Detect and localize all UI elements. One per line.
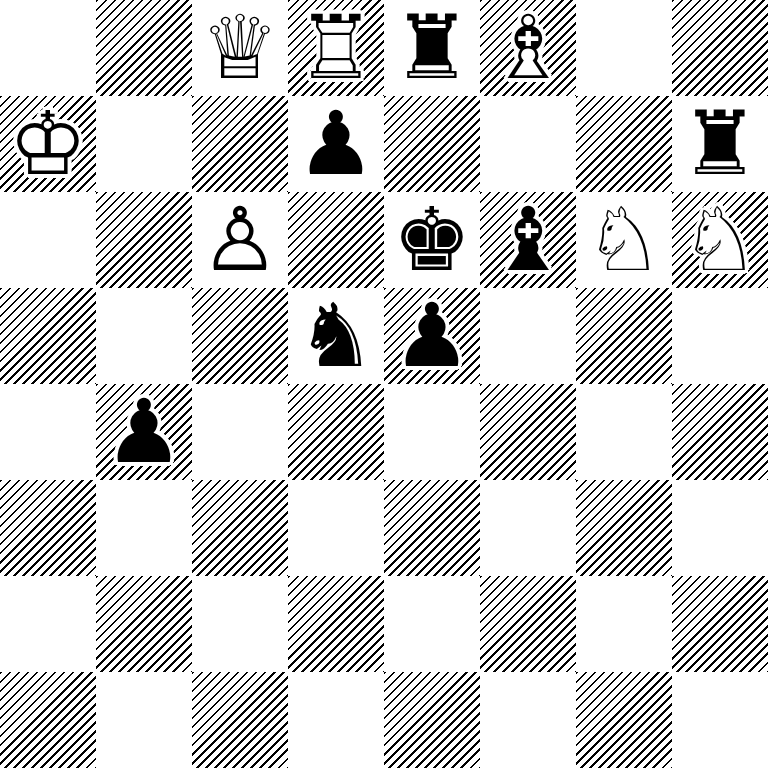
square-d6[interactable] [288, 192, 384, 288]
square-b6[interactable] [96, 192, 192, 288]
square-f4[interactable] [480, 384, 576, 480]
square-d5[interactable]: ♞♞ [288, 288, 384, 384]
piece-black-rook-e8: ♜♜ [384, 0, 480, 96]
square-e6[interactable]: ♚♚ [384, 192, 480, 288]
square-g5[interactable] [576, 288, 672, 384]
square-f1[interactable] [480, 672, 576, 768]
square-e2[interactable] [384, 576, 480, 672]
chess-board: ♛♕♜♖♜♜♝♗♚♔♟♟♜♜♟♙♚♚♝♝♞♘♞♘♞♞♟♟♟♟ [0, 0, 768, 768]
piece-glyph: ♙ [192, 192, 288, 288]
square-c7[interactable] [192, 96, 288, 192]
square-a5[interactable] [0, 288, 96, 384]
square-a3[interactable] [0, 480, 96, 576]
square-b3[interactable] [96, 480, 192, 576]
piece-glyph: ♔ [0, 96, 96, 192]
square-d3[interactable] [288, 480, 384, 576]
square-e3[interactable] [384, 480, 480, 576]
square-b8[interactable] [96, 0, 192, 96]
piece-glyph: ♟ [384, 288, 480, 384]
piece-white-knight-h6: ♞♘ [672, 192, 768, 288]
square-c3[interactable] [192, 480, 288, 576]
piece-black-rook-h7: ♜♜ [672, 96, 768, 192]
piece-glyph: ♞ [288, 288, 384, 384]
square-g3[interactable] [576, 480, 672, 576]
square-h6[interactable]: ♞♘ [672, 192, 768, 288]
square-h8[interactable] [672, 0, 768, 96]
square-a1[interactable] [0, 672, 96, 768]
square-b7[interactable] [96, 96, 192, 192]
square-f6[interactable]: ♝♝ [480, 192, 576, 288]
piece-glyph: ♗ [480, 0, 576, 96]
piece-glyph: ♟ [96, 384, 192, 480]
piece-glyph: ♜ [384, 0, 480, 96]
piece-glyph: ♖ [288, 0, 384, 96]
square-c4[interactable] [192, 384, 288, 480]
piece-black-bishop-f6: ♝♝ [480, 192, 576, 288]
square-c8[interactable]: ♛♕ [192, 0, 288, 96]
piece-black-pawn-d7: ♟♟ [288, 96, 384, 192]
piece-glyph: ♝ [480, 192, 576, 288]
piece-white-queen-c8: ♛♕ [192, 0, 288, 96]
square-b2[interactable] [96, 576, 192, 672]
square-b1[interactable] [96, 672, 192, 768]
piece-black-pawn-b4: ♟♟ [96, 384, 192, 480]
square-f8[interactable]: ♝♗ [480, 0, 576, 96]
square-h1[interactable] [672, 672, 768, 768]
square-f7[interactable] [480, 96, 576, 192]
square-h7[interactable]: ♜♜ [672, 96, 768, 192]
square-g8[interactable] [576, 0, 672, 96]
square-f2[interactable] [480, 576, 576, 672]
square-a7[interactable]: ♚♔ [0, 96, 96, 192]
square-h2[interactable] [672, 576, 768, 672]
piece-black-pawn-e5: ♟♟ [384, 288, 480, 384]
square-g1[interactable] [576, 672, 672, 768]
square-c2[interactable] [192, 576, 288, 672]
square-c6[interactable]: ♟♙ [192, 192, 288, 288]
piece-black-king-e6: ♚♚ [384, 192, 480, 288]
square-g7[interactable] [576, 96, 672, 192]
square-d7[interactable]: ♟♟ [288, 96, 384, 192]
square-g2[interactable] [576, 576, 672, 672]
square-g6[interactable]: ♞♘ [576, 192, 672, 288]
square-h4[interactable] [672, 384, 768, 480]
square-f3[interactable] [480, 480, 576, 576]
square-b5[interactable] [96, 288, 192, 384]
square-a8[interactable] [0, 0, 96, 96]
square-a6[interactable] [0, 192, 96, 288]
square-d1[interactable] [288, 672, 384, 768]
square-e5[interactable]: ♟♟ [384, 288, 480, 384]
square-e1[interactable] [384, 672, 480, 768]
square-f5[interactable] [480, 288, 576, 384]
square-e8[interactable]: ♜♜ [384, 0, 480, 96]
square-e7[interactable] [384, 96, 480, 192]
square-h3[interactable] [672, 480, 768, 576]
square-d4[interactable] [288, 384, 384, 480]
piece-glyph: ♘ [672, 192, 768, 288]
square-c1[interactable] [192, 672, 288, 768]
square-c5[interactable] [192, 288, 288, 384]
piece-white-knight-g6: ♞♘ [576, 192, 672, 288]
square-a4[interactable] [0, 384, 96, 480]
piece-glyph: ♕ [192, 0, 288, 96]
square-a2[interactable] [0, 576, 96, 672]
piece-white-rook-d8: ♜♖ [288, 0, 384, 96]
piece-glyph: ♜ [672, 96, 768, 192]
piece-white-king-a7: ♚♔ [0, 96, 96, 192]
piece-black-knight-d5: ♞♞ [288, 288, 384, 384]
piece-white-pawn-c6: ♟♙ [192, 192, 288, 288]
square-e4[interactable] [384, 384, 480, 480]
square-g4[interactable] [576, 384, 672, 480]
square-b4[interactable]: ♟♟ [96, 384, 192, 480]
piece-glyph: ♚ [384, 192, 480, 288]
square-d2[interactable] [288, 576, 384, 672]
square-d8[interactable]: ♜♖ [288, 0, 384, 96]
square-h5[interactable] [672, 288, 768, 384]
piece-white-bishop-f8: ♝♗ [480, 0, 576, 96]
piece-glyph: ♘ [576, 192, 672, 288]
piece-glyph: ♟ [288, 96, 384, 192]
